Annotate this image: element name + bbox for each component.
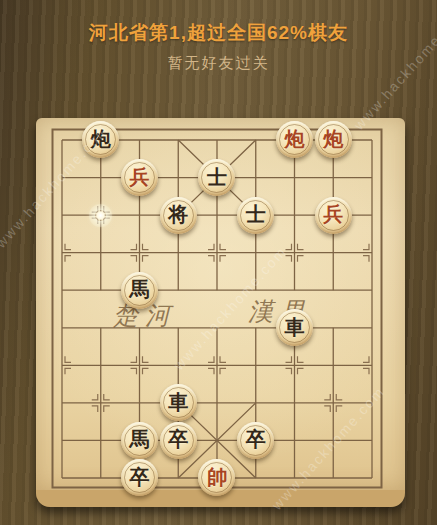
piece-red-cannon[interactable]: 炮 bbox=[315, 121, 352, 158]
piece-character: 兵 bbox=[323, 204, 343, 224]
piece-character: 士 bbox=[246, 204, 266, 224]
piece-character: 馬 bbox=[129, 279, 149, 299]
app-screen: 河北省第1,超过全国62%棋友 暂无好友过关 楚河 漢界 炮炮炮兵士将士兵馬車車… bbox=[0, 0, 437, 525]
piece-black-chariot[interactable]: 車 bbox=[160, 384, 197, 421]
piece-black-soldier[interactable]: 卒 bbox=[121, 459, 158, 496]
piece-character: 兵 bbox=[129, 167, 149, 187]
piece-black-advisor[interactable]: 士 bbox=[198, 159, 235, 196]
friends-status: 暂无好友过关 bbox=[0, 54, 437, 73]
piece-character: 卒 bbox=[168, 429, 188, 449]
pieces-grid: 炮炮炮兵士将士兵馬車車馬卒卒卒帥 bbox=[43, 121, 392, 496]
piece-red-cannon[interactable]: 炮 bbox=[276, 121, 313, 158]
piece-red-general[interactable]: 帥 bbox=[198, 459, 235, 496]
piece-character: 士 bbox=[207, 167, 227, 187]
piece-character: 車 bbox=[168, 392, 188, 412]
piece-character: 馬 bbox=[129, 429, 149, 449]
piece-black-soldier[interactable]: 卒 bbox=[160, 422, 197, 459]
piece-character: 炮 bbox=[91, 129, 111, 149]
piece-character: 炮 bbox=[284, 129, 304, 149]
piece-character: 車 bbox=[284, 317, 304, 337]
piece-black-chariot[interactable]: 車 bbox=[276, 309, 313, 346]
piece-black-soldier[interactable]: 卒 bbox=[237, 422, 274, 459]
header: 河北省第1,超过全国62%棋友 暂无好友过关 bbox=[0, 0, 437, 73]
piece-black-advisor[interactable]: 士 bbox=[237, 197, 274, 234]
piece-character: 炮 bbox=[323, 129, 343, 149]
piece-black-horse[interactable]: 馬 bbox=[121, 422, 158, 459]
piece-character: 卒 bbox=[246, 429, 266, 449]
piece-character: 帥 bbox=[207, 467, 227, 487]
last-move-highlight bbox=[95, 210, 106, 221]
piece-character: 卒 bbox=[129, 467, 149, 487]
piece-black-general[interactable]: 将 bbox=[160, 197, 197, 234]
piece-black-horse[interactable]: 馬 bbox=[121, 272, 158, 309]
piece-black-cannon[interactable]: 炮 bbox=[82, 121, 119, 158]
piece-red-soldier[interactable]: 兵 bbox=[315, 197, 352, 234]
rank-title: 河北省第1,超过全国62%棋友 bbox=[0, 20, 437, 46]
piece-red-soldier[interactable]: 兵 bbox=[121, 159, 158, 196]
piece-character: 将 bbox=[168, 204, 188, 224]
